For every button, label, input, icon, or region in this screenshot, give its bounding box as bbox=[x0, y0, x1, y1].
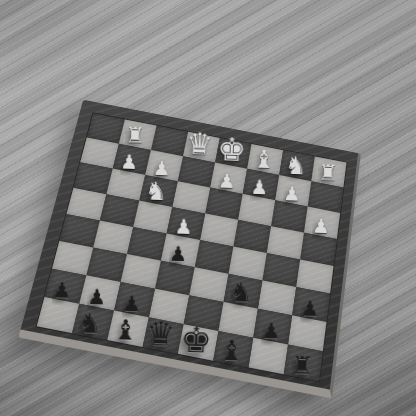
piece-black-rook[interactable]: ♜ bbox=[291, 353, 314, 378]
piece-white-knight[interactable]: ♞ bbox=[285, 153, 307, 178]
scene: ♜♛♚♝♞♜♟♟♟♟♟♞♟♟♟♞♟♟♟♟♟♞♝♛♚♝♜ bbox=[0, 0, 416, 416]
piece-white-pawn[interactable]: ♟ bbox=[174, 216, 193, 237]
piece-black-pawn[interactable]: ♟ bbox=[122, 293, 141, 315]
square-e8[interactable]: ♚ bbox=[178, 324, 219, 361]
chess-board[interactable]: ♜♛♚♝♞♜♟♟♟♟♟♞♟♟♟♞♟♟♟♟♟♞♝♛♚♝♜ bbox=[37, 113, 347, 381]
piece-black-pawn[interactable]: ♟ bbox=[169, 243, 188, 264]
square-g4[interactable] bbox=[267, 226, 304, 259]
piece-white-pawn[interactable]: ♟ bbox=[218, 171, 236, 191]
piece-black-pawn[interactable]: ♟ bbox=[87, 286, 106, 308]
square-h8[interactable]: ♜ bbox=[284, 344, 323, 381]
square-a3[interactable] bbox=[73, 162, 112, 194]
piece-black-knight[interactable]: ♞ bbox=[229, 279, 253, 306]
piece-white-rook[interactable]: ♜ bbox=[125, 124, 146, 147]
square-f8[interactable]: ♝ bbox=[213, 331, 253, 368]
piece-white-rook[interactable]: ♜ bbox=[318, 162, 339, 185]
piece-white-pawn[interactable]: ♟ bbox=[283, 184, 301, 204]
square-e1[interactable]: ♚ bbox=[215, 138, 251, 169]
piece-white-pawn[interactable]: ♟ bbox=[153, 158, 171, 178]
piece-black-king[interactable]: ♚ bbox=[180, 322, 213, 358]
square-c3[interactable]: ♞ bbox=[139, 175, 177, 207]
piece-white-pawn[interactable]: ♟ bbox=[120, 152, 138, 172]
piece-white-pawn[interactable]: ♟ bbox=[250, 177, 268, 197]
square-f6[interactable]: ♞ bbox=[224, 274, 263, 309]
piece-white-knight[interactable]: ♞ bbox=[145, 179, 168, 204]
square-f1[interactable]: ♝ bbox=[247, 144, 283, 175]
piece-black-queen[interactable]: ♛ bbox=[145, 317, 176, 351]
piece-black-bishop[interactable]: ♝ bbox=[219, 336, 245, 364]
square-d1[interactable]: ♛ bbox=[183, 132, 220, 163]
piece-white-pawn[interactable]: ♟ bbox=[312, 216, 330, 236]
square-g1[interactable]: ♞ bbox=[279, 150, 315, 181]
piece-black-knight[interactable]: ♞ bbox=[78, 310, 103, 337]
piece-white-bishop[interactable]: ♝ bbox=[252, 146, 275, 172]
square-d4[interactable]: ♟ bbox=[167, 207, 206, 240]
square-e5[interactable] bbox=[195, 240, 234, 274]
square-d8[interactable]: ♛ bbox=[143, 317, 184, 353]
square-e4[interactable] bbox=[200, 213, 238, 246]
square-d3[interactable] bbox=[172, 181, 210, 213]
piece-black-pawn[interactable]: ♟ bbox=[52, 279, 71, 301]
piece-black-pawn[interactable]: ♟ bbox=[300, 298, 319, 319]
piece-black-pawn[interactable]: ♟ bbox=[261, 320, 280, 342]
square-c5[interactable] bbox=[127, 227, 167, 261]
square-c6[interactable] bbox=[121, 254, 161, 289]
piece-white-king[interactable]: ♚ bbox=[217, 133, 247, 166]
piece-white-queen[interactable]: ♛ bbox=[186, 129, 214, 160]
piece-black-bishop[interactable]: ♝ bbox=[112, 316, 138, 344]
